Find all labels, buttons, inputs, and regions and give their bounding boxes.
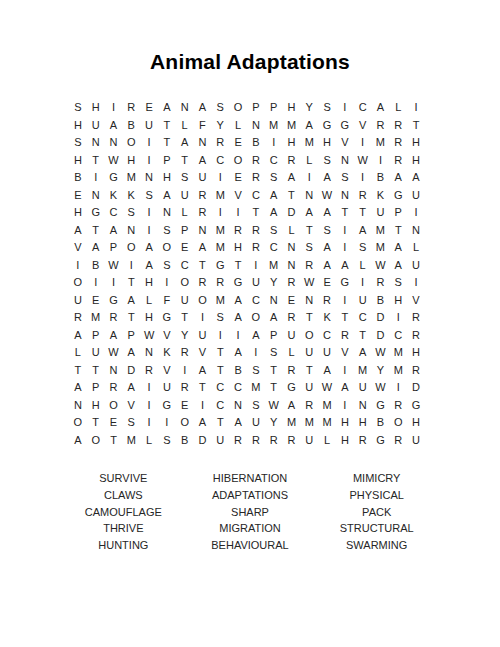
grid-cell[interactable]: L bbox=[389, 99, 407, 117]
grid-cell[interactable]: T bbox=[105, 432, 123, 450]
grid-cell[interactable]: C bbox=[211, 397, 229, 415]
grid-cell[interactable]: R bbox=[122, 99, 140, 117]
grid-cell[interactable]: L bbox=[354, 257, 372, 275]
grid-cell[interactable]: O bbox=[158, 239, 176, 257]
grid-cell[interactable]: H bbox=[87, 397, 105, 415]
grid-cell[interactable]: G bbox=[372, 397, 390, 415]
grid-cell[interactable]: V bbox=[69, 239, 87, 257]
grid-cell[interactable]: N bbox=[87, 187, 105, 205]
grid-cell[interactable]: O bbox=[229, 152, 247, 170]
grid-cell[interactable]: D bbox=[372, 309, 390, 327]
grid-cell[interactable]: K bbox=[372, 187, 390, 205]
grid-cell[interactable]: R bbox=[283, 152, 301, 170]
grid-cell[interactable]: A bbox=[69, 327, 87, 345]
grid-cell[interactable]: N bbox=[336, 152, 354, 170]
grid-cell[interactable]: R bbox=[300, 397, 318, 415]
grid-cell[interactable]: A bbox=[122, 292, 140, 310]
grid-cell[interactable]: F bbox=[158, 292, 176, 310]
grid-cell[interactable]: G bbox=[336, 274, 354, 292]
grid-cell[interactable]: K bbox=[122, 187, 140, 205]
grid-cell[interactable]: A bbox=[69, 222, 87, 240]
grid-cell[interactable]: A bbox=[354, 344, 372, 362]
grid-cell[interactable]: R bbox=[176, 379, 194, 397]
grid-cell[interactable]: V bbox=[194, 344, 212, 362]
grid-cell[interactable]: T bbox=[336, 204, 354, 222]
grid-cell[interactable]: P bbox=[176, 222, 194, 240]
grid-cell[interactable]: L bbox=[140, 292, 158, 310]
grid-cell[interactable]: N bbox=[158, 204, 176, 222]
grid-cell[interactable]: U bbox=[300, 379, 318, 397]
grid-cell[interactable]: R bbox=[372, 274, 390, 292]
grid-cell[interactable]: S bbox=[69, 99, 87, 117]
grid-cell[interactable]: H bbox=[407, 152, 425, 170]
grid-cell[interactable]: A bbox=[69, 379, 87, 397]
grid-cell[interactable]: L bbox=[407, 239, 425, 257]
grid-cell[interactable]: N bbox=[265, 292, 283, 310]
grid-cell[interactable]: C bbox=[247, 187, 265, 205]
grid-cell[interactable]: H bbox=[69, 204, 87, 222]
grid-cell[interactable]: A bbox=[194, 152, 212, 170]
grid-cell[interactable]: H bbox=[336, 414, 354, 432]
grid-cell[interactable]: P bbox=[122, 327, 140, 345]
grid-cell[interactable]: W bbox=[300, 274, 318, 292]
grid-cell[interactable]: I bbox=[407, 274, 425, 292]
grid-cell[interactable]: H bbox=[122, 152, 140, 170]
grid-cell[interactable]: H bbox=[87, 99, 105, 117]
grid-cell[interactable]: I bbox=[336, 239, 354, 257]
grid-cell[interactable]: N bbox=[87, 134, 105, 152]
grid-cell[interactable]: M bbox=[265, 257, 283, 275]
grid-cell[interactable]: V bbox=[122, 397, 140, 415]
grid-cell[interactable]: W bbox=[105, 152, 123, 170]
grid-cell[interactable]: R bbox=[354, 187, 372, 205]
grid-cell[interactable]: I bbox=[211, 169, 229, 187]
grid-cell[interactable]: L bbox=[229, 117, 247, 135]
grid-cell[interactable]: H bbox=[407, 344, 425, 362]
grid-cell[interactable]: M bbox=[300, 134, 318, 152]
grid-cell[interactable]: T bbox=[283, 187, 301, 205]
grid-cell[interactable]: G bbox=[105, 169, 123, 187]
grid-cell[interactable]: U bbox=[354, 292, 372, 310]
grid-cell[interactable]: I bbox=[158, 414, 176, 432]
grid-cell[interactable]: A bbox=[318, 204, 336, 222]
grid-cell[interactable]: A bbox=[229, 414, 247, 432]
grid-cell[interactable]: P bbox=[87, 327, 105, 345]
grid-cell[interactable]: R bbox=[265, 432, 283, 450]
grid-cell[interactable]: S bbox=[265, 222, 283, 240]
grid-cell[interactable]: I bbox=[229, 327, 247, 345]
grid-cell[interactable]: G bbox=[336, 117, 354, 135]
grid-cell[interactable]: S bbox=[158, 432, 176, 450]
grid-cell[interactable]: T bbox=[247, 204, 265, 222]
grid-cell[interactable]: S bbox=[69, 134, 87, 152]
grid-cell[interactable]: M bbox=[283, 117, 301, 135]
grid-cell[interactable]: P bbox=[247, 99, 265, 117]
grid-cell[interactable]: G bbox=[318, 117, 336, 135]
grid-cell[interactable]: I bbox=[140, 397, 158, 415]
grid-cell[interactable]: M bbox=[122, 169, 140, 187]
grid-cell[interactable]: W bbox=[265, 397, 283, 415]
grid-cell[interactable]: A bbox=[389, 239, 407, 257]
grid-cell[interactable]: R bbox=[354, 432, 372, 450]
grid-cell[interactable]: O bbox=[105, 397, 123, 415]
grid-cell[interactable]: M bbox=[265, 117, 283, 135]
grid-cell[interactable]: M bbox=[211, 292, 229, 310]
grid-cell[interactable]: C bbox=[318, 327, 336, 345]
grid-cell[interactable]: O bbox=[69, 414, 87, 432]
grid-cell[interactable]: N bbox=[229, 397, 247, 415]
grid-cell[interactable]: Y bbox=[176, 327, 194, 345]
grid-cell[interactable]: N bbox=[336, 187, 354, 205]
grid-cell[interactable]: A bbox=[318, 257, 336, 275]
grid-cell[interactable]: H bbox=[283, 134, 301, 152]
grid-cell[interactable]: R bbox=[300, 257, 318, 275]
grid-cell[interactable]: M bbox=[122, 432, 140, 450]
grid-cell[interactable]: T bbox=[194, 257, 212, 275]
grid-cell[interactable]: Y bbox=[372, 362, 390, 380]
grid-cell[interactable]: V bbox=[336, 134, 354, 152]
grid-cell[interactable]: U bbox=[176, 292, 194, 310]
grid-cell[interactable]: A bbox=[300, 204, 318, 222]
grid-cell[interactable]: O bbox=[229, 99, 247, 117]
grid-cell[interactable]: I bbox=[211, 204, 229, 222]
grid-cell[interactable]: U bbox=[300, 344, 318, 362]
grid-cell[interactable]: I bbox=[140, 414, 158, 432]
grid-cell[interactable]: G bbox=[407, 397, 425, 415]
grid-cell[interactable]: I bbox=[105, 99, 123, 117]
grid-cell[interactable]: T bbox=[300, 362, 318, 380]
grid-cell[interactable]: A bbox=[283, 169, 301, 187]
grid-cell[interactable]: A bbox=[318, 169, 336, 187]
grid-cell[interactable]: L bbox=[300, 152, 318, 170]
grid-cell[interactable]: R bbox=[372, 117, 390, 135]
grid-cell[interactable]: G bbox=[229, 274, 247, 292]
grid-cell[interactable]: A bbox=[105, 117, 123, 135]
grid-cell[interactable]: R bbox=[194, 187, 212, 205]
grid-cell[interactable]: B bbox=[69, 169, 87, 187]
grid-cell[interactable]: G bbox=[105, 292, 123, 310]
grid-cell[interactable]: M bbox=[354, 362, 372, 380]
grid-cell[interactable]: W bbox=[105, 257, 123, 275]
grid-cell[interactable]: T bbox=[87, 362, 105, 380]
grid-cell[interactable]: R bbox=[407, 327, 425, 345]
grid-cell[interactable]: U bbox=[407, 432, 425, 450]
grid-cell[interactable]: E bbox=[69, 187, 87, 205]
grid-cell[interactable]: G bbox=[158, 397, 176, 415]
grid-cell[interactable]: M bbox=[389, 344, 407, 362]
grid-cell[interactable]: U bbox=[300, 432, 318, 450]
grid-cell[interactable]: B bbox=[122, 117, 140, 135]
grid-cell[interactable]: A bbox=[158, 187, 176, 205]
grid-cell[interactable]: Y bbox=[265, 274, 283, 292]
grid-cell[interactable]: A bbox=[105, 327, 123, 345]
grid-cell[interactable]: H bbox=[69, 152, 87, 170]
grid-cell[interactable]: I bbox=[87, 169, 105, 187]
grid-cell[interactable]: N bbox=[194, 134, 212, 152]
grid-cell[interactable]: M bbox=[211, 222, 229, 240]
grid-cell[interactable]: I bbox=[354, 134, 372, 152]
grid-cell[interactable]: G bbox=[211, 257, 229, 275]
grid-cell[interactable]: T bbox=[87, 152, 105, 170]
grid-cell[interactable]: I bbox=[105, 274, 123, 292]
grid-cell[interactable]: Y bbox=[211, 117, 229, 135]
grid-cell[interactable]: R bbox=[318, 292, 336, 310]
grid-cell[interactable]: H bbox=[354, 414, 372, 432]
grid-cell[interactable]: P bbox=[389, 204, 407, 222]
grid-cell[interactable]: G bbox=[283, 379, 301, 397]
grid-cell[interactable]: E bbox=[229, 134, 247, 152]
grid-cell[interactable]: S bbox=[389, 274, 407, 292]
grid-cell[interactable]: T bbox=[354, 204, 372, 222]
grid-cell[interactable]: E bbox=[283, 292, 301, 310]
grid-cell[interactable]: P bbox=[87, 379, 105, 397]
grid-cell[interactable]: R bbox=[283, 362, 301, 380]
grid-cell[interactable]: T bbox=[300, 309, 318, 327]
grid-cell[interactable]: A bbox=[265, 309, 283, 327]
grid-cell[interactable]: O bbox=[122, 239, 140, 257]
grid-cell[interactable]: I bbox=[176, 362, 194, 380]
grid-cell[interactable]: R bbox=[389, 134, 407, 152]
grid-cell[interactable]: C bbox=[247, 292, 265, 310]
grid-cell[interactable]: I bbox=[336, 99, 354, 117]
grid-cell[interactable]: S bbox=[211, 99, 229, 117]
grid-cell[interactable]: M bbox=[372, 134, 390, 152]
grid-cell[interactable]: D bbox=[283, 204, 301, 222]
grid-cell[interactable]: H bbox=[389, 292, 407, 310]
grid-cell[interactable]: D bbox=[194, 432, 212, 450]
grid-cell[interactable]: O bbox=[247, 309, 265, 327]
grid-cell[interactable]: O bbox=[69, 274, 87, 292]
grid-cell[interactable]: T bbox=[300, 222, 318, 240]
grid-cell[interactable]: S bbox=[140, 187, 158, 205]
grid-cell[interactable]: C bbox=[176, 257, 194, 275]
grid-cell[interactable]: U bbox=[194, 327, 212, 345]
grid-cell[interactable]: T bbox=[69, 362, 87, 380]
grid-cell[interactable]: E bbox=[105, 414, 123, 432]
grid-cell[interactable]: K bbox=[105, 187, 123, 205]
grid-cell[interactable]: N bbox=[283, 239, 301, 257]
grid-cell[interactable]: V bbox=[229, 187, 247, 205]
grid-cell[interactable]: I bbox=[158, 274, 176, 292]
grid-cell[interactable]: I bbox=[229, 204, 247, 222]
grid-cell[interactable]: N bbox=[140, 344, 158, 362]
grid-cell[interactable]: E bbox=[229, 169, 247, 187]
grid-cell[interactable]: U bbox=[211, 432, 229, 450]
grid-cell[interactable]: T bbox=[265, 362, 283, 380]
grid-cell[interactable]: I bbox=[140, 152, 158, 170]
grid-cell[interactable]: B bbox=[229, 362, 247, 380]
grid-cell[interactable]: W bbox=[105, 344, 123, 362]
grid-cell[interactable]: A bbox=[318, 239, 336, 257]
grid-cell[interactable]: C bbox=[265, 152, 283, 170]
grid-cell[interactable]: R bbox=[247, 152, 265, 170]
grid-cell[interactable]: S bbox=[318, 222, 336, 240]
grid-cell[interactable]: N bbox=[300, 187, 318, 205]
grid-cell[interactable]: T bbox=[211, 362, 229, 380]
grid-cell[interactable]: U bbox=[407, 187, 425, 205]
grid-cell[interactable]: H bbox=[229, 239, 247, 257]
grid-cell[interactable]: M bbox=[211, 187, 229, 205]
grid-cell[interactable]: I bbox=[372, 152, 390, 170]
grid-cell[interactable]: K bbox=[318, 309, 336, 327]
grid-cell[interactable]: A bbox=[122, 344, 140, 362]
grid-cell[interactable]: T bbox=[176, 152, 194, 170]
grid-cell[interactable]: M bbox=[372, 239, 390, 257]
grid-cell[interactable]: V bbox=[158, 362, 176, 380]
grid-cell[interactable]: L bbox=[140, 432, 158, 450]
grid-cell[interactable]: E bbox=[140, 99, 158, 117]
grid-cell[interactable]: P bbox=[265, 327, 283, 345]
grid-cell[interactable]: O bbox=[122, 134, 140, 152]
grid-cell[interactable]: M bbox=[389, 362, 407, 380]
grid-cell[interactable]: T bbox=[354, 327, 372, 345]
grid-cell[interactable]: B bbox=[247, 134, 265, 152]
grid-cell[interactable]: R bbox=[407, 309, 425, 327]
grid-cell[interactable]: I bbox=[194, 397, 212, 415]
grid-cell[interactable]: A bbox=[283, 397, 301, 415]
grid-cell[interactable]: G bbox=[389, 187, 407, 205]
grid-cell[interactable]: U bbox=[247, 414, 265, 432]
grid-cell[interactable]: N bbox=[140, 169, 158, 187]
grid-cell[interactable]: A bbox=[194, 99, 212, 117]
grid-cell[interactable]: I bbox=[247, 344, 265, 362]
grid-cell[interactable]: I bbox=[265, 134, 283, 152]
grid-cell[interactable]: L bbox=[283, 344, 301, 362]
grid-cell[interactable]: R bbox=[389, 117, 407, 135]
grid-cell[interactable]: A bbox=[105, 222, 123, 240]
grid-cell[interactable]: H bbox=[318, 134, 336, 152]
grid-cell[interactable]: T bbox=[158, 117, 176, 135]
grid-cell[interactable]: S bbox=[336, 169, 354, 187]
grid-cell[interactable]: S bbox=[318, 152, 336, 170]
grid-cell[interactable]: M bbox=[247, 379, 265, 397]
grid-cell[interactable]: R bbox=[389, 397, 407, 415]
grid-cell[interactable]: A bbox=[265, 204, 283, 222]
grid-cell[interactable]: T bbox=[122, 309, 140, 327]
grid-cell[interactable]: R bbox=[229, 222, 247, 240]
grid-cell[interactable]: A bbox=[265, 187, 283, 205]
grid-cell[interactable]: A bbox=[69, 432, 87, 450]
grid-cell[interactable]: C bbox=[389, 327, 407, 345]
grid-cell[interactable]: I bbox=[336, 362, 354, 380]
grid-cell[interactable]: I bbox=[336, 222, 354, 240]
grid-cell[interactable]: W bbox=[140, 327, 158, 345]
grid-cell[interactable]: S bbox=[176, 169, 194, 187]
grid-cell[interactable]: G bbox=[87, 204, 105, 222]
grid-cell[interactable]: G bbox=[158, 309, 176, 327]
grid-cell[interactable]: P bbox=[158, 152, 176, 170]
grid-cell[interactable]: N bbox=[194, 222, 212, 240]
grid-cell[interactable]: H bbox=[158, 169, 176, 187]
grid-cell[interactable]: M bbox=[300, 414, 318, 432]
grid-cell[interactable]: R bbox=[283, 432, 301, 450]
grid-cell[interactable]: C bbox=[265, 239, 283, 257]
grid-cell[interactable]: I bbox=[407, 204, 425, 222]
grid-cell[interactable]: B bbox=[87, 257, 105, 275]
grid-cell[interactable]: I bbox=[247, 257, 265, 275]
grid-cell[interactable]: R bbox=[389, 432, 407, 450]
grid-cell[interactable]: N bbox=[300, 292, 318, 310]
grid-cell[interactable]: I bbox=[354, 274, 372, 292]
grid-cell[interactable]: R bbox=[336, 327, 354, 345]
grid-cell[interactable]: U bbox=[87, 117, 105, 135]
grid-cell[interactable]: R bbox=[247, 239, 265, 257]
grid-cell[interactable]: V bbox=[354, 117, 372, 135]
grid-cell[interactable]: L bbox=[176, 204, 194, 222]
grid-cell[interactable]: I bbox=[87, 274, 105, 292]
grid-cell[interactable]: O bbox=[176, 414, 194, 432]
grid-cell[interactable]: T bbox=[336, 309, 354, 327]
grid-cell[interactable]: A bbox=[194, 362, 212, 380]
grid-cell[interactable]: R bbox=[140, 362, 158, 380]
grid-cell[interactable]: T bbox=[211, 414, 229, 432]
grid-cell[interactable]: U bbox=[318, 344, 336, 362]
grid-cell[interactable]: R bbox=[105, 309, 123, 327]
grid-cell[interactable]: H bbox=[140, 309, 158, 327]
grid-cell[interactable]: A bbox=[194, 414, 212, 432]
grid-cell[interactable]: I bbox=[194, 309, 212, 327]
grid-cell[interactable]: A bbox=[122, 379, 140, 397]
grid-cell[interactable]: R bbox=[194, 274, 212, 292]
grid-cell[interactable]: A bbox=[158, 99, 176, 117]
grid-cell[interactable]: I bbox=[69, 257, 87, 275]
grid-cell[interactable]: P bbox=[105, 239, 123, 257]
grid-cell[interactable]: U bbox=[283, 327, 301, 345]
grid-cell[interactable]: S bbox=[122, 414, 140, 432]
grid-cell[interactable]: A bbox=[140, 257, 158, 275]
grid-cell[interactable]: N bbox=[354, 397, 372, 415]
grid-cell[interactable]: O bbox=[300, 327, 318, 345]
grid-cell[interactable]: T bbox=[87, 414, 105, 432]
grid-cell[interactable]: T bbox=[211, 344, 229, 362]
grid-cell[interactable]: S bbox=[265, 169, 283, 187]
grid-cell[interactable]: M bbox=[87, 309, 105, 327]
grid-cell[interactable]: I bbox=[140, 134, 158, 152]
grid-cell[interactable]: O bbox=[389, 414, 407, 432]
grid-cell[interactable]: E bbox=[87, 292, 105, 310]
grid-cell[interactable]: N bbox=[247, 117, 265, 135]
grid-cell[interactable]: H bbox=[336, 432, 354, 450]
grid-cell[interactable]: R bbox=[389, 152, 407, 170]
grid-cell[interactable]: R bbox=[211, 274, 229, 292]
grid-cell[interactable]: R bbox=[69, 309, 87, 327]
grid-cell[interactable]: N bbox=[105, 134, 123, 152]
grid-cell[interactable]: R bbox=[283, 274, 301, 292]
grid-cell[interactable]: S bbox=[354, 239, 372, 257]
grid-cell[interactable]: F bbox=[194, 117, 212, 135]
grid-cell[interactable]: I bbox=[300, 169, 318, 187]
grid-cell[interactable]: N bbox=[122, 222, 140, 240]
grid-cell[interactable]: H bbox=[407, 414, 425, 432]
grid-cell[interactable]: I bbox=[140, 222, 158, 240]
grid-cell[interactable]: T bbox=[229, 257, 247, 275]
grid-cell[interactable]: I bbox=[354, 169, 372, 187]
grid-cell[interactable]: T bbox=[389, 222, 407, 240]
grid-cell[interactable]: A bbox=[407, 169, 425, 187]
grid-cell[interactable]: A bbox=[354, 222, 372, 240]
grid-cell[interactable]: M bbox=[211, 239, 229, 257]
grid-cell[interactable]: V bbox=[158, 327, 176, 345]
grid-cell[interactable]: I bbox=[407, 99, 425, 117]
grid-cell[interactable]: A bbox=[336, 379, 354, 397]
grid-cell[interactable]: T bbox=[265, 379, 283, 397]
grid-cell[interactable]: N bbox=[283, 257, 301, 275]
grid-cell[interactable]: I bbox=[122, 257, 140, 275]
grid-cell[interactable]: R bbox=[247, 222, 265, 240]
grid-cell[interactable]: S bbox=[247, 397, 265, 415]
grid-cell[interactable]: R bbox=[194, 204, 212, 222]
grid-cell[interactable]: R bbox=[407, 362, 425, 380]
